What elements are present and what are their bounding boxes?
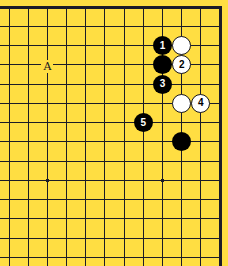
board-intersection[interactable]: [95, 190, 114, 209]
board-intersection[interactable]: [38, 209, 57, 228]
board-intersection[interactable]: [76, 55, 95, 74]
grid-line-vertical: [104, 209, 105, 228]
grid-line-vertical: [124, 94, 125, 113]
grid-line-vertical: [28, 17, 29, 36]
board-intersection[interactable]: [19, 0, 38, 17]
grid-line-vertical: [85, 132, 86, 151]
board-intersection[interactable]: [95, 151, 114, 170]
board-intersection[interactable]: [210, 0, 228, 17]
board-intersection[interactable]: [172, 0, 191, 17]
board-intersection[interactable]: [95, 36, 114, 55]
grid-line-vertical: [66, 94, 67, 113]
board-intersection[interactable]: [115, 0, 134, 17]
board-intersection[interactable]: [115, 94, 134, 113]
board-intersection[interactable]: [115, 132, 134, 151]
grid-line-vertical: [9, 94, 10, 113]
board-intersection[interactable]: [38, 132, 57, 151]
grid-line-vertical: [66, 17, 67, 36]
board-intersection[interactable]: [115, 36, 134, 55]
grid-line-vertical: [143, 55, 144, 74]
board-intersection[interactable]: [115, 151, 134, 170]
grid-line-vertical: [47, 190, 48, 209]
grid-line-vertical: [200, 228, 201, 247]
move-number: 2: [179, 60, 185, 70]
board-intersection[interactable]: [95, 17, 114, 36]
grid-line-vertical: [219, 190, 222, 209]
board-intersection[interactable]: [191, 171, 210, 190]
grid-line-vertical: [66, 132, 67, 151]
board-intersection[interactable]: [57, 113, 76, 132]
board-intersection[interactable]: [19, 132, 38, 151]
grid-line-vertical: [47, 132, 48, 151]
grid-line-vertical: [124, 36, 125, 55]
board-intersection[interactable]: [134, 209, 153, 228]
grid-line-vertical: [85, 55, 86, 74]
board-intersection[interactable]: [38, 74, 57, 93]
grid-line-vertical: [181, 190, 182, 209]
board-intersection[interactable]: [210, 74, 228, 93]
board-intersection[interactable]: [115, 113, 134, 132]
board-intersection[interactable]: [95, 132, 114, 151]
board-intersection[interactable]: [153, 113, 172, 132]
board-intersection[interactable]: [0, 228, 19, 247]
board-intersection[interactable]: [76, 74, 95, 93]
grid-line-vertical: [66, 248, 67, 266]
board-intersection[interactable]: [191, 190, 210, 209]
board-intersection[interactable]: [0, 248, 19, 266]
move-number: 5: [141, 118, 147, 128]
board-intersection[interactable]: [191, 55, 210, 74]
grid-line-vertical: [47, 248, 48, 266]
grid-line-vertical: [219, 113, 222, 132]
board-intersection[interactable]: [76, 228, 95, 247]
grid-line-vertical: [66, 209, 67, 228]
board-intersection[interactable]: [95, 171, 114, 190]
board-intersection[interactable]: [38, 0, 57, 17]
star-point: [46, 179, 49, 182]
board-intersection[interactable]: [76, 248, 95, 266]
grid-line-vertical: [47, 94, 48, 113]
grid-line-vertical: [9, 36, 10, 55]
grid-line-vertical: [219, 74, 222, 93]
board-intersection[interactable]: [57, 248, 76, 266]
board-intersection[interactable]: [172, 171, 191, 190]
board-intersection[interactable]: [19, 36, 38, 55]
board-intersection[interactable]: [95, 0, 114, 17]
grid-line-vertical: [9, 74, 10, 93]
board-intersection[interactable]: [0, 171, 19, 190]
grid-line-vertical: [219, 171, 222, 190]
grid-line-vertical: [143, 94, 144, 113]
board-intersection[interactable]: [38, 36, 57, 55]
board-intersection[interactable]: [95, 94, 114, 113]
grid-line-vertical: [47, 209, 48, 228]
grid-line-vertical: [219, 94, 222, 113]
board-intersection[interactable]: [95, 228, 114, 247]
board-intersection[interactable]: [153, 228, 172, 247]
grid-line-vertical: [28, 36, 29, 55]
board-intersection[interactable]: [0, 17, 19, 36]
grid-line-vertical: [47, 113, 48, 132]
board-intersection[interactable]: [191, 228, 210, 247]
grid-line-vertical: [104, 171, 105, 190]
board-intersection[interactable]: [191, 113, 210, 132]
grid-line-vertical: [66, 190, 67, 209]
grid-line-vertical: [66, 151, 67, 170]
grid-line-vertical: [219, 6, 222, 17]
board-intersection[interactable]: [0, 113, 19, 132]
board-intersection[interactable]: [19, 17, 38, 36]
grid-line-vertical: [200, 248, 201, 266]
board-intersection[interactable]: [172, 209, 191, 228]
grid-line-vertical: [181, 248, 182, 266]
grid-line-vertical: [9, 151, 10, 170]
grid-line-vertical: [28, 55, 29, 74]
grid-line-vertical: [47, 6, 48, 17]
board-intersection[interactable]: [0, 209, 19, 228]
grid-line-vertical: [66, 113, 67, 132]
board-intersection[interactable]: [153, 94, 172, 113]
grid-line-vertical: [143, 171, 144, 190]
board-intersection[interactable]: [95, 55, 114, 74]
grid-line-vertical: [124, 74, 125, 93]
white-stone[interactable]: [172, 94, 191, 113]
board-intersection[interactable]: [19, 55, 38, 74]
board-intersection[interactable]: [210, 36, 228, 55]
board-intersection[interactable]: [210, 248, 228, 266]
grid-line-vertical: [85, 36, 86, 55]
grid-line-vertical: [162, 228, 163, 247]
board-intersection[interactable]: [38, 228, 57, 247]
grid-line-vertical: [200, 171, 201, 190]
board-intersection[interactable]: [115, 55, 134, 74]
board-intersection[interactable]: [134, 0, 153, 17]
point-label-text: A: [41, 60, 53, 73]
board-intersection[interactable]: [134, 132, 153, 151]
grid-line-vertical: [143, 74, 144, 93]
board-intersection[interactable]: [76, 36, 95, 55]
grid-line-vertical: [9, 17, 10, 36]
grid-line-vertical: [143, 132, 144, 151]
grid-line-vertical: [47, 17, 48, 36]
grid-line-vertical: [85, 6, 86, 17]
board-intersection[interactable]: [57, 17, 76, 36]
grid-line-vertical: [104, 36, 105, 55]
grid-line-vertical: [9, 55, 10, 74]
board-intersection[interactable]: [172, 190, 191, 209]
grid-line-vertical: [9, 228, 10, 247]
board-intersection[interactable]: [153, 190, 172, 209]
grid-line-vertical: [28, 209, 29, 228]
board-intersection[interactable]: [57, 36, 76, 55]
grid-line-vertical: [162, 132, 163, 151]
board-intersection[interactable]: [57, 171, 76, 190]
grid-line-vertical: [104, 74, 105, 93]
board-intersection[interactable]: [115, 17, 134, 36]
grid-line-vertical: [85, 74, 86, 93]
board-intersection[interactable]: [95, 113, 114, 132]
board-intersection[interactable]: [76, 113, 95, 132]
board-intersection[interactable]: [57, 151, 76, 170]
board-intersection[interactable]: [210, 94, 228, 113]
grid-line-vertical: [9, 132, 10, 151]
grid-line-vertical: [200, 74, 201, 93]
board-intersection[interactable]: [76, 0, 95, 17]
board-intersection[interactable]: [115, 171, 134, 190]
grid-line-vertical: [143, 17, 144, 36]
board-intersection[interactable]: [0, 0, 19, 17]
grid-line-vertical: [85, 190, 86, 209]
board-intersection[interactable]: [0, 190, 19, 209]
grid-line-vertical: [66, 74, 67, 93]
board-grid[interactable]: 12345A: [0, 0, 228, 266]
grid-line-vertical: [143, 190, 144, 209]
board-intersection[interactable]: [0, 132, 19, 151]
board-intersection[interactable]: [57, 209, 76, 228]
grid-line-vertical: [9, 209, 10, 228]
board-intersection[interactable]: [191, 248, 210, 266]
board-intersection[interactable]: [19, 209, 38, 228]
grid-line-vertical: [181, 151, 182, 170]
board-intersection[interactable]: [19, 113, 38, 132]
board-intersection[interactable]: [115, 248, 134, 266]
board-intersection[interactable]: [76, 209, 95, 228]
grid-line-vertical: [124, 151, 125, 170]
board-intersection[interactable]: [57, 74, 76, 93]
grid-line-vertical: [181, 6, 182, 17]
grid-line-vertical: [28, 6, 29, 17]
board-intersection[interactable]: [134, 248, 153, 266]
grid-line-vertical: [143, 248, 144, 266]
grid-line-vertical: [104, 6, 105, 17]
grid-line-vertical: [200, 151, 201, 170]
board-intersection[interactable]: [115, 190, 134, 209]
grid-line-vertical: [9, 248, 10, 266]
grid-line-vertical: [28, 171, 29, 190]
board-intersection[interactable]: [57, 228, 76, 247]
grid-line-vertical: [124, 113, 125, 132]
grid-line-vertical: [85, 228, 86, 247]
grid-line-vertical: [219, 55, 222, 74]
board-intersection[interactable]: [76, 151, 95, 170]
board-intersection[interactable]: [38, 190, 57, 209]
board-intersection[interactable]: [134, 17, 153, 36]
board-intersection[interactable]: [38, 151, 57, 170]
board-intersection[interactable]: [191, 0, 210, 17]
board-intersection[interactable]: [115, 209, 134, 228]
board-intersection[interactable]: [38, 248, 57, 266]
grid-line-vertical: [162, 248, 163, 266]
grid-line-vertical: [124, 209, 125, 228]
board-intersection[interactable]: [0, 55, 19, 74]
grid-line-vertical: [124, 248, 125, 266]
board-intersection[interactable]: [95, 74, 114, 93]
board-intersection[interactable]: [57, 55, 76, 74]
grid-line-vertical: [181, 228, 182, 247]
board-intersection[interactable]: [19, 94, 38, 113]
grid-line-vertical: [28, 94, 29, 113]
grid-line-vertical: [47, 36, 48, 55]
grid-line-vertical: [219, 132, 222, 151]
board-intersection[interactable]: [76, 190, 95, 209]
grid-line-vertical: [85, 17, 86, 36]
board-intersection[interactable]: [210, 151, 228, 170]
board-intersection[interactable]: [172, 113, 191, 132]
board-intersection[interactable]: [76, 94, 95, 113]
board-intersection[interactable]: [95, 209, 114, 228]
board-intersection[interactable]: [134, 151, 153, 170]
grid-line-vertical: [143, 151, 144, 170]
grid-line-vertical: [9, 113, 10, 132]
grid-line-vertical: [66, 6, 67, 17]
board-intersection[interactable]: [210, 17, 228, 36]
board-intersection[interactable]: [115, 228, 134, 247]
grid-line-vertical: [66, 55, 67, 74]
board-intersection[interactable]: [134, 190, 153, 209]
grid-line-vertical: [28, 132, 29, 151]
board-intersection[interactable]: [210, 113, 228, 132]
grid-line-vertical: [200, 209, 201, 228]
board-intersection[interactable]: [153, 132, 172, 151]
grid-line-vertical: [85, 94, 86, 113]
grid-line-vertical: [124, 17, 125, 36]
board-intersection[interactable]: [19, 151, 38, 170]
board-intersection[interactable]: [0, 94, 19, 113]
board-intersection[interactable]: [76, 132, 95, 151]
grid-line-vertical: [162, 113, 163, 132]
board-intersection[interactable]: [76, 17, 95, 36]
point-label-A: A: [41, 56, 53, 74]
grid-line-vertical: [104, 151, 105, 170]
grid-line-vertical: [85, 151, 86, 170]
board-intersection[interactable]: [191, 74, 210, 93]
board-intersection[interactable]: [210, 190, 228, 209]
grid-line-vertical: [219, 36, 222, 55]
board-intersection[interactable]: [19, 248, 38, 266]
grid-line-vertical: [104, 55, 105, 74]
board-intersection[interactable]: [38, 17, 57, 36]
board-intersection[interactable]: [191, 209, 210, 228]
board-intersection[interactable]: [172, 228, 191, 247]
board-intersection[interactable]: [134, 74, 153, 93]
board-intersection[interactable]: [57, 190, 76, 209]
board-intersection[interactable]: [153, 17, 172, 36]
board-intersection[interactable]: [153, 151, 172, 170]
board-intersection[interactable]: [191, 132, 210, 151]
board-intersection[interactable]: [172, 248, 191, 266]
grid-line-vertical: [66, 171, 67, 190]
grid-line-vertical: [28, 151, 29, 170]
board-intersection[interactable]: [134, 55, 153, 74]
grid-line-vertical: [143, 209, 144, 228]
grid-line-vertical: [143, 36, 144, 55]
board-intersection[interactable]: [172, 17, 191, 36]
grid-line-vertical: [47, 74, 48, 93]
grid-line-vertical: [124, 190, 125, 209]
grid-line-vertical: [104, 113, 105, 132]
board-intersection[interactable]: [0, 36, 19, 55]
board-intersection[interactable]: [57, 0, 76, 17]
board-intersection[interactable]: [19, 228, 38, 247]
board-intersection[interactable]: [172, 151, 191, 170]
board-intersection[interactable]: [210, 171, 228, 190]
board-intersection[interactable]: [210, 209, 228, 228]
board-intersection[interactable]: [134, 36, 153, 55]
board-intersection[interactable]: [19, 171, 38, 190]
grid-line-vertical: [66, 36, 67, 55]
board-intersection[interactable]: [38, 94, 57, 113]
grid-line-vertical: [219, 228, 222, 247]
grid-line-vertical: [9, 171, 10, 190]
grid-line-vertical: [219, 209, 222, 228]
grid-line-vertical: [104, 190, 105, 209]
board-intersection[interactable]: [210, 132, 228, 151]
grid-line-vertical: [200, 132, 201, 151]
grid-line-vertical: [181, 74, 182, 93]
grid-line-vertical: [104, 132, 105, 151]
grid-line-vertical: [200, 55, 201, 74]
grid-line-vertical: [28, 248, 29, 266]
move-number: 1: [160, 41, 166, 51]
grid-line-vertical: [162, 6, 163, 17]
board-intersection[interactable]: [153, 209, 172, 228]
board-intersection[interactable]: [19, 190, 38, 209]
grid-line-vertical: [66, 228, 67, 247]
board-intersection[interactable]: [95, 248, 114, 266]
board-intersection[interactable]: [19, 74, 38, 93]
grid-line-vertical: [143, 6, 144, 17]
board-intersection[interactable]: [76, 171, 95, 190]
grid-line-vertical: [124, 6, 125, 17]
board-intersection[interactable]: [153, 0, 172, 17]
grid-line-vertical: [219, 248, 222, 266]
grid-line-vertical: [124, 171, 125, 190]
black-stone-move-3[interactable]: 3: [153, 75, 172, 94]
board-intersection[interactable]: [134, 171, 153, 190]
grid-line-vertical: [28, 190, 29, 209]
black-stone-move-5[interactable]: 5: [134, 113, 153, 132]
board-intersection[interactable]: [0, 151, 19, 170]
board-intersection[interactable]: [191, 36, 210, 55]
grid-line-vertical: [143, 228, 144, 247]
grid-line-vertical: [200, 113, 201, 132]
grid-line-vertical: [162, 17, 163, 36]
grid-line-vertical: [162, 151, 163, 170]
grid-line-vertical: [9, 190, 10, 209]
grid-line-vertical: [162, 209, 163, 228]
board-intersection[interactable]: [134, 228, 153, 247]
board-intersection[interactable]: [191, 17, 210, 36]
star-point: [161, 179, 164, 182]
board-intersection[interactable]: [57, 132, 76, 151]
grid-line-vertical: [200, 36, 201, 55]
grid-line-vertical: [181, 17, 182, 36]
board-intersection[interactable]: [153, 248, 172, 266]
board-intersection[interactable]: [57, 94, 76, 113]
board-intersection[interactable]: [172, 74, 191, 93]
board-intersection[interactable]: [210, 228, 228, 247]
board-intersection[interactable]: [210, 55, 228, 74]
board-intersection[interactable]: [134, 94, 153, 113]
board-intersection[interactable]: [0, 74, 19, 93]
board-intersection[interactable]: [38, 113, 57, 132]
board-intersection[interactable]: [115, 74, 134, 93]
grid-line-vertical: [181, 113, 182, 132]
black-stone-move-1[interactable]: 1: [153, 36, 172, 55]
grid-line-vertical: [181, 209, 182, 228]
board-intersection[interactable]: [191, 151, 210, 170]
grid-line-vertical: [47, 151, 48, 170]
